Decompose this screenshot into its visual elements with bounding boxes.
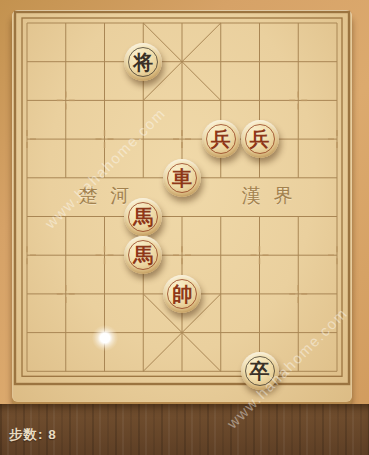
piece-character: 車 — [172, 168, 192, 188]
piece-red-horse[interactable]: 馬 — [124, 198, 162, 236]
piece-black-general[interactable]: 将 — [124, 43, 162, 81]
piece-red-soldier[interactable]: 兵 — [202, 120, 240, 158]
piece-character: 馬 — [133, 207, 153, 227]
steps-counter: 步数: 8 — [9, 426, 57, 444]
piece-black-soldier[interactable]: 卒 — [241, 352, 279, 390]
game-screen: 楚河 漢界 将兵兵車馬馬帥卒 www.hahahome.com www.haha… — [0, 0, 369, 455]
piece-red-soldier[interactable]: 兵 — [241, 120, 279, 158]
steps-label: 步数: — [9, 427, 44, 442]
piece-character: 馬 — [133, 245, 153, 265]
piece-red-horse[interactable]: 馬 — [124, 236, 162, 274]
river-label-right: 漢界 — [229, 183, 306, 209]
steps-value: 8 — [48, 427, 57, 442]
move-indicator-dot — [92, 325, 118, 351]
piece-red-chariot[interactable]: 車 — [163, 159, 201, 197]
piece-character: 卒 — [250, 361, 270, 381]
piece-character: 将 — [133, 52, 153, 72]
piece-red-general[interactable]: 帥 — [163, 275, 201, 313]
xiangqi-board[interactable]: 楚河 漢界 将兵兵車馬馬帥卒 — [12, 10, 352, 402]
piece-character: 帥 — [172, 284, 192, 304]
status-bar: 步数: 8 — [0, 404, 369, 455]
piece-character: 兵 — [250, 129, 270, 149]
piece-character: 兵 — [211, 129, 231, 149]
